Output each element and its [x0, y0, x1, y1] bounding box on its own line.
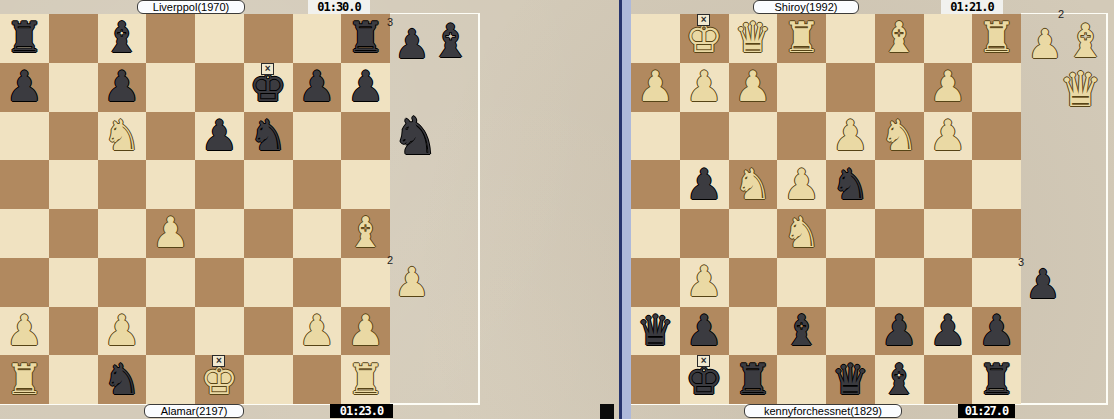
black-pawn[interactable]: ♟	[298, 64, 336, 110]
right-top-player-name: Shiroy(1992)	[753, 0, 859, 14]
white-pawn[interactable]: ♟	[6, 308, 44, 354]
right-board[interactable]: ♚×♛♜♝♜♟♟♟♟♟♞♟♟♞♟♞♞♟♛♟♝♟♟♟♚×♜♛♝♜	[631, 14, 1021, 404]
black-pawn[interactable]: ♟	[1025, 261, 1061, 307]
black-pawn[interactable]: ♟	[880, 308, 918, 354]
square-f8[interactable]: ♜	[729, 355, 778, 404]
square-c7[interactable]: ♟	[98, 63, 147, 112]
square-d3[interactable]: ♟	[826, 112, 875, 161]
square-e2[interactable]	[195, 307, 244, 356]
white-pawn[interactable]: ♟	[929, 113, 967, 159]
square-d7[interactable]	[826, 307, 875, 356]
square-e3[interactable]	[777, 112, 826, 161]
square-g3[interactable]	[293, 258, 342, 307]
square-g5[interactable]	[680, 209, 729, 258]
square-f6[interactable]	[729, 258, 778, 307]
black-bishop[interactable]: ♝	[430, 14, 471, 68]
right-bottom-clock: 01:27.0	[958, 404, 1015, 418]
square-g7[interactable]: ♟	[680, 307, 729, 356]
white-pawn[interactable]: ♟	[783, 162, 821, 208]
square-d1[interactable]	[826, 14, 875, 63]
square-f1[interactable]	[244, 355, 293, 404]
black-knight[interactable]: ♞	[392, 106, 439, 166]
square-e5[interactable]	[195, 160, 244, 209]
left-bottom-player-name: Alamar(2197)	[144, 404, 244, 418]
black-pawn[interactable]: ♟	[685, 162, 723, 208]
square-f8[interactable]	[244, 14, 293, 63]
square-b3[interactable]	[49, 258, 98, 307]
king-marker-icon: ×	[261, 63, 274, 75]
black-queen[interactable]: ♛	[832, 357, 870, 403]
black-pawn[interactable]: ♟	[201, 113, 239, 159]
white-pawn[interactable]: ♟	[347, 308, 385, 354]
square-d5[interactable]	[146, 160, 195, 209]
square-b6[interactable]	[924, 258, 973, 307]
square-b7[interactable]: ♟	[924, 307, 973, 356]
square-d2[interactable]	[146, 307, 195, 356]
white-pawn[interactable]: ♟	[734, 64, 772, 110]
square-f2[interactable]	[244, 307, 293, 356]
white-knight[interactable]: ♞	[734, 162, 772, 208]
square-d2[interactable]	[826, 63, 875, 112]
square-a8[interactable]: ♜	[0, 14, 49, 63]
square-b8[interactable]	[49, 14, 98, 63]
bughouse-window: ♜♝♜♟♟♚×♟♟♞♟♞♟♝♟♟♟♟♜♞♚×♜ ♚×♛♜♝♜♟♟♟♟♟♞♟♟♞♟…	[0, 0, 1114, 419]
square-g2[interactable]: ♟	[680, 63, 729, 112]
square-a8[interactable]: ♜	[972, 355, 1021, 404]
white-pawn[interactable]: ♟	[832, 113, 870, 159]
square-e2[interactable]	[777, 63, 826, 112]
king-marker-icon: ×	[697, 14, 710, 26]
square-a7[interactable]: ♟	[0, 63, 49, 112]
square-h6[interactable]	[631, 258, 680, 307]
king-marker-icon: ×	[697, 355, 710, 367]
black-knight[interactable]: ♞	[249, 113, 287, 159]
right-piece-tray[interactable]: ♟2♝♛3♟	[1021, 14, 1108, 403]
square-b7[interactable]	[49, 63, 98, 112]
square-g4[interactable]: ♟	[680, 160, 729, 209]
square-b4[interactable]	[924, 160, 973, 209]
square-g3[interactable]	[680, 112, 729, 161]
square-e8[interactable]	[195, 14, 244, 63]
square-b1[interactable]	[924, 14, 973, 63]
square-c4[interactable]	[98, 209, 147, 258]
square-c8[interactable]: ♝	[875, 355, 924, 404]
square-g4[interactable]	[293, 209, 342, 258]
square-e4[interactable]: ♟	[777, 160, 826, 209]
square-h2[interactable]: ♟	[341, 307, 390, 356]
white-pawn[interactable]: ♟	[1027, 21, 1063, 67]
square-c6[interactable]	[875, 258, 924, 307]
square-c1[interactable]: ♝	[875, 14, 924, 63]
white-pawn[interactable]: ♟	[103, 308, 141, 354]
hand-piece-count: 2	[1058, 9, 1064, 20]
black-pawn[interactable]: ♟	[103, 64, 141, 110]
square-c5[interactable]	[98, 160, 147, 209]
black-pawn[interactable]: ♟	[394, 21, 430, 67]
square-e6[interactable]	[777, 258, 826, 307]
king-marker-icon: ×	[212, 355, 225, 367]
square-g8[interactable]: ♚×	[680, 355, 729, 404]
square-h4[interactable]: ♝	[341, 209, 390, 258]
square-a6[interactable]	[0, 112, 49, 161]
square-h2[interactable]: ♟	[631, 63, 680, 112]
square-f1[interactable]: ♛	[729, 14, 778, 63]
black-bishop[interactable]: ♝	[783, 308, 821, 354]
black-knight[interactable]: ♞	[832, 162, 870, 208]
square-c2[interactable]	[875, 63, 924, 112]
square-h1[interactable]: ♜	[341, 355, 390, 404]
white-pawn[interactable]: ♟	[685, 259, 723, 305]
square-g1[interactable]	[293, 355, 342, 404]
square-b6[interactable]	[49, 112, 98, 161]
white-pawn[interactable]: ♟	[637, 64, 675, 110]
black-rook[interactable]: ♜	[734, 357, 772, 403]
square-h5[interactable]	[341, 160, 390, 209]
black-pawn[interactable]: ♟	[347, 64, 385, 110]
square-e1[interactable]: ♚×	[195, 355, 244, 404]
black-pawn[interactable]: ♟	[929, 308, 967, 354]
square-c2[interactable]: ♟	[98, 307, 147, 356]
white-knight[interactable]: ♞	[880, 113, 918, 159]
square-d4[interactable]: ♟	[146, 209, 195, 258]
square-d4[interactable]: ♞	[826, 160, 875, 209]
square-a2[interactable]	[972, 63, 1021, 112]
square-g8[interactable]	[293, 14, 342, 63]
square-e4[interactable]	[195, 209, 244, 258]
square-e7[interactable]	[195, 63, 244, 112]
white-queen[interactable]: ♛	[1059, 61, 1102, 117]
square-f5[interactable]	[729, 209, 778, 258]
hand-piece[interactable]: ♞	[392, 106, 439, 166]
square-h7[interactable]: ♟	[341, 63, 390, 112]
right-top-clock: 01:21.0	[941, 0, 1003, 14]
white-pawn[interactable]: ♟	[685, 64, 723, 110]
square-a2[interactable]: ♟	[0, 307, 49, 356]
square-b2[interactable]: ♟	[924, 63, 973, 112]
square-f2[interactable]: ♟	[729, 63, 778, 112]
square-e8[interactable]	[777, 355, 826, 404]
hand-piece-count: 2	[387, 255, 393, 266]
hand-piece[interactable]: 2♟	[394, 260, 430, 305]
square-e7[interactable]: ♝	[777, 307, 826, 356]
square-c1[interactable]: ♞	[98, 355, 147, 404]
square-b3[interactable]: ♟	[924, 112, 973, 161]
square-g6[interactable]	[293, 112, 342, 161]
white-bishop[interactable]: ♝	[347, 210, 385, 256]
square-c6[interactable]: ♞	[98, 112, 147, 161]
black-rook[interactable]: ♜	[978, 357, 1016, 403]
left-top-clock: 01:30.0	[308, 0, 370, 14]
square-a4[interactable]	[0, 209, 49, 258]
square-f7[interactable]: ♚×	[244, 63, 293, 112]
square-f5[interactable]	[244, 160, 293, 209]
hand-piece[interactable]: ♝	[430, 14, 471, 68]
square-h7[interactable]: ♛	[631, 307, 680, 356]
square-f3[interactable]	[244, 258, 293, 307]
black-pawn[interactable]: ♟	[685, 308, 723, 354]
square-e6[interactable]: ♟	[195, 112, 244, 161]
white-queen[interactable]: ♛	[734, 15, 772, 61]
black-pawn[interactable]: ♟	[978, 308, 1016, 354]
white-pawn[interactable]: ♟	[298, 308, 336, 354]
panel-corner	[600, 404, 614, 419]
square-c4[interactable]	[875, 160, 924, 209]
white-bishop[interactable]: ♝	[880, 15, 918, 61]
black-rook[interactable]: ♜	[347, 15, 385, 61]
white-rook[interactable]: ♜	[347, 357, 385, 403]
hand-piece[interactable]: ♛	[1059, 62, 1102, 117]
square-a7[interactable]: ♟	[972, 307, 1021, 356]
square-a3[interactable]	[0, 258, 49, 307]
square-a3[interactable]	[972, 112, 1021, 161]
left-board[interactable]: ♜♝♜♟♟♚×♟♟♞♟♞♟♝♟♟♟♟♜♞♚×♜	[0, 14, 390, 404]
square-h5[interactable]	[631, 209, 680, 258]
square-d8[interactable]	[146, 14, 195, 63]
square-f4[interactable]	[244, 209, 293, 258]
square-h1[interactable]	[631, 14, 680, 63]
hand-piece[interactable]: ♟	[1027, 22, 1063, 67]
square-d6[interactable]	[826, 258, 875, 307]
hand-piece[interactable]: 2♝	[1065, 14, 1106, 68]
square-d3[interactable]	[146, 258, 195, 307]
hand-piece[interactable]: 3♟	[394, 22, 430, 67]
white-knight[interactable]: ♞	[103, 113, 141, 159]
square-h8[interactable]	[631, 355, 680, 404]
right-bottom-player-name: kennyforchessnet(1829)	[744, 404, 902, 418]
square-d5[interactable]	[826, 209, 875, 258]
square-c3[interactable]	[98, 258, 147, 307]
square-b5[interactable]	[49, 160, 98, 209]
square-h3[interactable]	[341, 258, 390, 307]
left-bottom-clock: 01:23.0	[330, 404, 393, 418]
square-h3[interactable]	[631, 112, 680, 161]
left-top-player-name: Liverppol(1970)	[137, 0, 245, 14]
white-pawn[interactable]: ♟	[929, 64, 967, 110]
square-b1[interactable]	[49, 355, 98, 404]
square-g5[interactable]	[293, 160, 342, 209]
square-a4[interactable]	[972, 160, 1021, 209]
square-b4[interactable]	[49, 209, 98, 258]
square-h8[interactable]: ♜	[341, 14, 390, 63]
square-f3[interactable]	[729, 112, 778, 161]
square-a1[interactable]: ♜	[972, 14, 1021, 63]
white-pawn[interactable]: ♟	[394, 259, 430, 305]
hand-piece-count: 3	[387, 17, 393, 28]
square-h4[interactable]	[631, 160, 680, 209]
black-queen[interactable]: ♛	[637, 308, 675, 354]
black-pawn[interactable]: ♟	[6, 64, 44, 110]
white-knight[interactable]: ♞	[783, 210, 821, 256]
square-a5[interactable]	[972, 209, 1021, 258]
black-bishop[interactable]: ♝	[880, 357, 918, 403]
square-c8[interactable]: ♝	[98, 14, 147, 63]
white-pawn[interactable]: ♟	[152, 210, 190, 256]
square-b2[interactable]	[49, 307, 98, 356]
black-bishop[interactable]: ♝	[103, 15, 141, 61]
white-bishop[interactable]: ♝	[1065, 14, 1106, 68]
black-knight[interactable]: ♞	[103, 357, 141, 403]
white-rook[interactable]: ♜	[6, 357, 44, 403]
square-g1[interactable]: ♚×	[680, 14, 729, 63]
square-a5[interactable]	[0, 160, 49, 209]
square-d1[interactable]	[146, 355, 195, 404]
square-e5[interactable]: ♞	[777, 209, 826, 258]
left-piece-tray[interactable]: 3♟♝♞2♟	[390, 14, 480, 403]
square-b5[interactable]	[924, 209, 973, 258]
square-g6[interactable]: ♟	[680, 258, 729, 307]
square-h6[interactable]	[341, 112, 390, 161]
square-e1[interactable]: ♜	[777, 14, 826, 63]
square-c5[interactable]	[875, 209, 924, 258]
hand-piece[interactable]: 3♟	[1025, 262, 1061, 307]
square-a6[interactable]	[972, 258, 1021, 307]
board-splitter[interactable]	[619, 0, 631, 419]
square-c7[interactable]: ♟	[875, 307, 924, 356]
white-rook[interactable]: ♜	[783, 15, 821, 61]
square-f7[interactable]	[729, 307, 778, 356]
hand-piece-count: 3	[1018, 257, 1024, 268]
square-g2[interactable]: ♟	[293, 307, 342, 356]
white-rook[interactable]: ♜	[978, 15, 1016, 61]
square-f6[interactable]: ♞	[244, 112, 293, 161]
square-a1[interactable]: ♜	[0, 355, 49, 404]
square-c3[interactable]: ♞	[875, 112, 924, 161]
square-e3[interactable]	[195, 258, 244, 307]
square-g7[interactable]: ♟	[293, 63, 342, 112]
square-f4[interactable]: ♞	[729, 160, 778, 209]
square-b8[interactable]	[924, 355, 973, 404]
square-d8[interactable]: ♛	[826, 355, 875, 404]
black-rook[interactable]: ♜	[6, 15, 44, 61]
square-d6[interactable]	[146, 112, 195, 161]
square-d7[interactable]	[146, 63, 195, 112]
